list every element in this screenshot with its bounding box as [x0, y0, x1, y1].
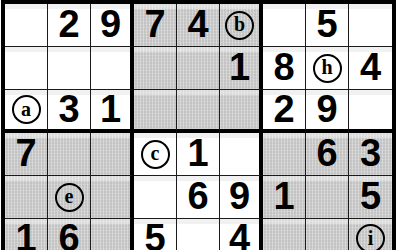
cell-r5c6[interactable]: 9 [220, 176, 263, 219]
given-digit: 9 [316, 90, 337, 128]
cell-r5c3[interactable] [91, 176, 134, 219]
given-digit: 4 [229, 219, 250, 250]
given-digit: 3 [58, 90, 79, 128]
cell-r3c6[interactable] [220, 90, 263, 133]
cell-r3c7[interactable]: 2 [263, 90, 306, 133]
cell-r6c7[interactable] [263, 219, 306, 250]
cell-r4c6[interactable] [220, 133, 263, 176]
cell-r4c3[interactable] [91, 133, 134, 176]
cell-r5c1[interactable] [5, 176, 48, 219]
cell-r3c9[interactable] [349, 90, 392, 133]
cell-r6c5[interactable] [177, 219, 220, 250]
given-digit: 6 [187, 177, 208, 215]
circled-letter-a: a [12, 95, 41, 124]
cell-r6c2[interactable]: 6 [48, 219, 91, 250]
cell-r4c7[interactable] [263, 133, 306, 176]
given-digit: 4 [187, 5, 208, 43]
cell-r4c1[interactable]: 7 [5, 133, 48, 176]
cell-r1c3[interactable]: 9 [91, 4, 134, 47]
given-digit: 1 [100, 90, 121, 128]
sudoku-board: 2974b518h4a31297c163e69151654i [1, 0, 396, 250]
given-digit: 1 [273, 177, 294, 215]
cell-r1c5[interactable]: 4 [177, 4, 220, 47]
cell-r1c6[interactable]: b [220, 4, 263, 47]
cell-r3c5[interactable] [177, 90, 220, 133]
cell-r4c8[interactable]: 6 [306, 133, 349, 176]
cell-r5c9[interactable]: 5 [349, 176, 392, 219]
cell-r2c1[interactable] [5, 47, 48, 90]
cell-r5c8[interactable] [306, 176, 349, 219]
cell-r5c2[interactable]: e [48, 176, 91, 219]
cell-r2c9[interactable]: 4 [349, 47, 392, 90]
cell-r5c4[interactable] [134, 176, 177, 219]
circled-letter-h: h [313, 54, 342, 83]
cell-r2c5[interactable] [177, 47, 220, 90]
cell-r6c8[interactable] [306, 219, 349, 250]
given-digit: 1 [15, 219, 36, 250]
cell-r3c4[interactable] [134, 90, 177, 133]
cell-r4c4[interactable]: c [134, 133, 177, 176]
cell-r1c8[interactable]: 5 [306, 4, 349, 47]
cell-r1c4[interactable]: 7 [134, 4, 177, 47]
given-digit: 9 [100, 5, 121, 43]
given-digit: 1 [229, 48, 250, 86]
cell-r6c9[interactable]: i [349, 219, 392, 250]
cell-r1c9[interactable] [349, 4, 392, 47]
given-digit: 4 [360, 48, 381, 86]
given-digit: 5 [316, 5, 337, 43]
given-digit: 3 [360, 134, 381, 172]
cell-r6c1[interactable]: 1 [5, 219, 48, 250]
given-digit: 2 [58, 5, 79, 43]
circled-letter-b: b [225, 11, 254, 40]
given-digit: 6 [58, 219, 79, 250]
given-digit: 1 [187, 134, 208, 172]
cell-r1c2[interactable]: 2 [48, 4, 91, 47]
cell-r2c8[interactable]: h [306, 47, 349, 90]
given-digit: 9 [229, 177, 250, 215]
circled-letter-i: i [356, 224, 385, 250]
circled-letter-c: c [141, 140, 170, 169]
cell-r5c7[interactable]: 1 [263, 176, 306, 219]
cell-r6c3[interactable] [91, 219, 134, 250]
cell-r2c4[interactable] [134, 47, 177, 90]
cell-r6c6[interactable]: 4 [220, 219, 263, 250]
given-digit: 6 [316, 134, 337, 172]
cell-r2c2[interactable] [48, 47, 91, 90]
given-digit: 5 [144, 219, 165, 250]
given-digit: 8 [273, 48, 294, 86]
cell-r4c9[interactable]: 3 [349, 133, 392, 176]
cell-r2c6[interactable]: 1 [220, 47, 263, 90]
cell-r5c5[interactable]: 6 [177, 176, 220, 219]
cell-r6c4[interactable]: 5 [134, 219, 177, 250]
cell-r1c1[interactable] [5, 4, 48, 47]
cell-r2c7[interactable]: 8 [263, 47, 306, 90]
cell-r4c2[interactable] [48, 133, 91, 176]
circled-letter-e: e [55, 183, 84, 212]
sudoku-viewport: 2974b518h4a31297c163e69151654i [0, 0, 400, 250]
cell-r3c8[interactable]: 9 [306, 90, 349, 133]
cell-r3c2[interactable]: 3 [48, 90, 91, 133]
given-digit: 7 [15, 134, 36, 172]
cell-r4c5[interactable]: 1 [177, 133, 220, 176]
cell-r3c3[interactable]: 1 [91, 90, 134, 133]
cell-r3c1[interactable]: a [5, 90, 48, 133]
given-digit: 7 [144, 5, 165, 43]
given-digit: 2 [273, 90, 294, 128]
cell-r2c3[interactable] [91, 47, 134, 90]
cell-r1c7[interactable] [263, 4, 306, 47]
given-digit: 5 [360, 177, 381, 215]
